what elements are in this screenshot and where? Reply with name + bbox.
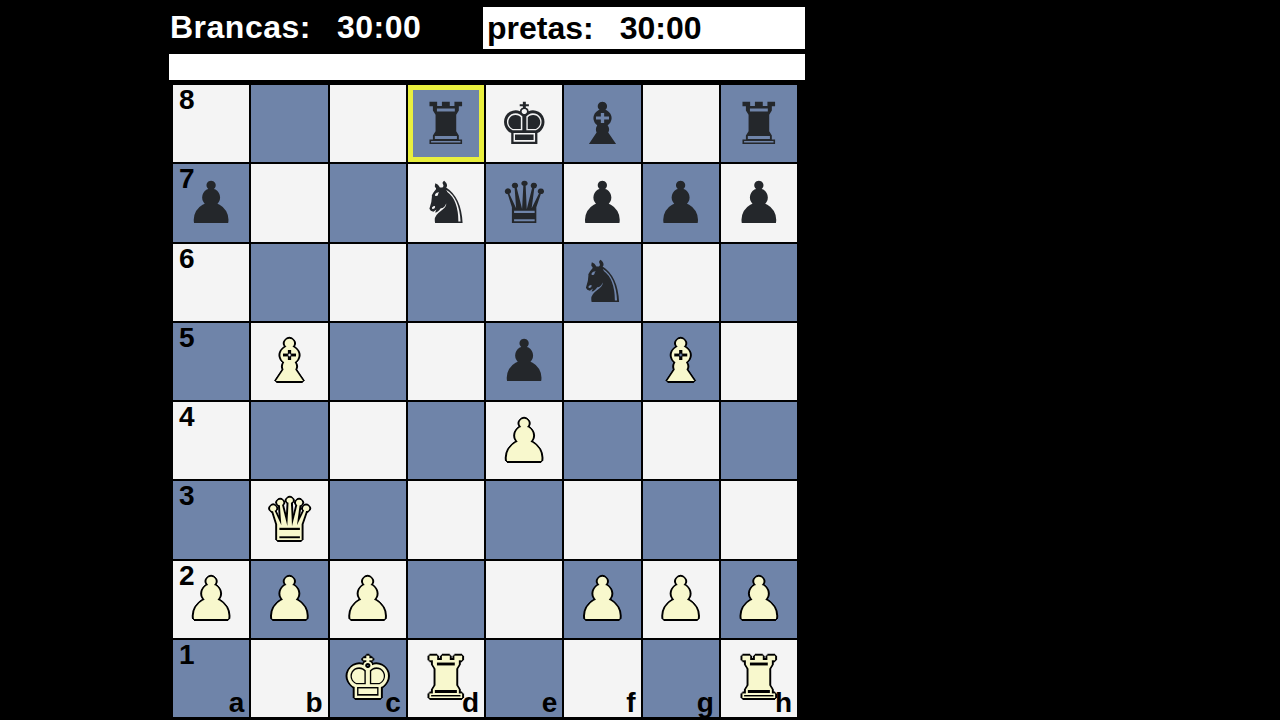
square-c7[interactable] bbox=[330, 164, 406, 241]
white-clock: Brancas: 30:00 bbox=[170, 6, 421, 48]
square-a8[interactable]: 8 bbox=[173, 85, 249, 162]
square-a1[interactable]: 1a bbox=[173, 640, 249, 717]
square-b2[interactable]: ♟ bbox=[251, 561, 327, 638]
square-e8[interactable]: ♚ bbox=[486, 85, 562, 162]
black-clock-label: pretas: bbox=[487, 10, 594, 47]
square-d2[interactable] bbox=[408, 561, 484, 638]
file-label-f: f bbox=[626, 688, 635, 719]
black-pawn[interactable]: ♟ bbox=[655, 174, 707, 232]
square-e6[interactable] bbox=[486, 244, 562, 321]
square-g2[interactable]: ♟ bbox=[643, 561, 719, 638]
file-label-a: a bbox=[229, 688, 245, 719]
square-h6[interactable] bbox=[721, 244, 797, 321]
square-e1[interactable]: e bbox=[486, 640, 562, 717]
square-b8[interactable] bbox=[251, 85, 327, 162]
square-h4[interactable] bbox=[721, 402, 797, 479]
white-clock-label: Brancas: bbox=[170, 9, 311, 46]
square-a5[interactable]: 5 bbox=[173, 323, 249, 400]
file-label-c: c bbox=[385, 688, 401, 719]
square-g4[interactable] bbox=[643, 402, 719, 479]
file-label-e: e bbox=[542, 688, 558, 719]
square-a2[interactable]: 2♟ bbox=[173, 561, 249, 638]
square-h8[interactable]: ♜ bbox=[721, 85, 797, 162]
square-e5[interactable]: ♟ bbox=[486, 323, 562, 400]
square-c2[interactable]: ♟ bbox=[330, 561, 406, 638]
app-window: Brancas: 30:00 pretas: 30:00 8♜♚♝♜7♟♞♛♟♟… bbox=[0, 0, 1280, 720]
square-a6[interactable]: 6 bbox=[173, 244, 249, 321]
square-e2[interactable] bbox=[486, 561, 562, 638]
white-bishop[interactable]: ♝ bbox=[263, 332, 315, 390]
square-c4[interactable] bbox=[330, 402, 406, 479]
square-h5[interactable] bbox=[721, 323, 797, 400]
square-f8[interactable]: ♝ bbox=[564, 85, 640, 162]
square-h1[interactable]: h♜ bbox=[721, 640, 797, 717]
square-e4[interactable]: ♟ bbox=[486, 402, 562, 479]
square-b7[interactable] bbox=[251, 164, 327, 241]
square-f7[interactable]: ♟ bbox=[564, 164, 640, 241]
square-d6[interactable] bbox=[408, 244, 484, 321]
square-f5[interactable] bbox=[564, 323, 640, 400]
white-pawn[interactable]: ♟ bbox=[342, 570, 394, 628]
square-b6[interactable] bbox=[251, 244, 327, 321]
rank-label-4: 4 bbox=[179, 402, 195, 433]
file-label-g: g bbox=[697, 688, 714, 719]
black-pawn[interactable]: ♟ bbox=[733, 174, 785, 232]
white-clock-time: 30:00 bbox=[337, 9, 421, 46]
black-king[interactable]: ♚ bbox=[498, 95, 550, 153]
black-clock-time: 30:00 bbox=[620, 10, 702, 47]
square-b3[interactable]: ♛ bbox=[251, 481, 327, 558]
square-d3[interactable] bbox=[408, 481, 484, 558]
black-bishop[interactable]: ♝ bbox=[576, 95, 628, 153]
black-queen[interactable]: ♛ bbox=[498, 174, 550, 232]
black-pawn[interactable]: ♟ bbox=[498, 332, 550, 390]
black-pawn[interactable]: ♟ bbox=[576, 174, 628, 232]
white-pawn[interactable]: ♟ bbox=[733, 570, 785, 628]
square-c6[interactable] bbox=[330, 244, 406, 321]
square-c3[interactable] bbox=[330, 481, 406, 558]
square-a7[interactable]: 7♟ bbox=[173, 164, 249, 241]
square-d7[interactable]: ♞ bbox=[408, 164, 484, 241]
move-input-strip[interactable] bbox=[169, 54, 805, 80]
square-d4[interactable] bbox=[408, 402, 484, 479]
black-knight[interactable]: ♞ bbox=[420, 174, 472, 232]
square-c1[interactable]: c♚ bbox=[330, 640, 406, 717]
black-rook[interactable]: ♜ bbox=[420, 95, 472, 153]
square-b5[interactable]: ♝ bbox=[251, 323, 327, 400]
square-d5[interactable] bbox=[408, 323, 484, 400]
square-d8[interactable]: ♜ bbox=[408, 85, 484, 162]
rank-label-8: 8 bbox=[179, 85, 195, 116]
white-pawn[interactable]: ♟ bbox=[263, 570, 315, 628]
square-h7[interactable]: ♟ bbox=[721, 164, 797, 241]
rank-label-3: 3 bbox=[179, 481, 195, 512]
white-pawn[interactable]: ♟ bbox=[576, 570, 628, 628]
square-f6[interactable]: ♞ bbox=[564, 244, 640, 321]
white-pawn[interactable]: ♟ bbox=[655, 570, 707, 628]
rank-label-2: 2 bbox=[179, 561, 195, 592]
rank-label-1: 1 bbox=[179, 640, 195, 671]
rank-label-5: 5 bbox=[179, 323, 195, 354]
file-label-d: d bbox=[462, 688, 479, 719]
square-f4[interactable] bbox=[564, 402, 640, 479]
square-g1[interactable]: g bbox=[643, 640, 719, 717]
white-queen[interactable]: ♛ bbox=[263, 491, 315, 549]
white-bishop[interactable]: ♝ bbox=[655, 332, 707, 390]
square-g6[interactable] bbox=[643, 244, 719, 321]
rank-label-7: 7 bbox=[179, 164, 195, 195]
black-knight[interactable]: ♞ bbox=[576, 253, 628, 311]
square-h3[interactable] bbox=[721, 481, 797, 558]
square-e3[interactable] bbox=[486, 481, 562, 558]
square-g7[interactable]: ♟ bbox=[643, 164, 719, 241]
square-a3[interactable]: 3 bbox=[173, 481, 249, 558]
square-e7[interactable]: ♛ bbox=[486, 164, 562, 241]
file-label-h: h bbox=[775, 688, 792, 719]
square-d1[interactable]: d♜ bbox=[408, 640, 484, 717]
square-c5[interactable] bbox=[330, 323, 406, 400]
square-g8[interactable] bbox=[643, 85, 719, 162]
black-rook[interactable]: ♜ bbox=[733, 95, 785, 153]
square-c8[interactable] bbox=[330, 85, 406, 162]
white-pawn[interactable]: ♟ bbox=[498, 412, 550, 470]
square-a4[interactable]: 4 bbox=[173, 402, 249, 479]
square-g3[interactable] bbox=[643, 481, 719, 558]
file-label-b: b bbox=[305, 688, 322, 719]
chess-board: 8♜♚♝♜7♟♞♛♟♟♟6♞5♝♟♝4♟3♛2♟♟♟♟♟♟1abc♚d♜efgh… bbox=[170, 82, 800, 720]
rank-label-6: 6 bbox=[179, 244, 195, 275]
square-f2[interactable]: ♟ bbox=[564, 561, 640, 638]
square-h2[interactable]: ♟ bbox=[721, 561, 797, 638]
square-f3[interactable] bbox=[564, 481, 640, 558]
square-b4[interactable] bbox=[251, 402, 327, 479]
square-f1[interactable]: f bbox=[564, 640, 640, 717]
square-g5[interactable]: ♝ bbox=[643, 323, 719, 400]
black-clock: pretas: 30:00 bbox=[483, 7, 805, 49]
square-b1[interactable]: b bbox=[251, 640, 327, 717]
